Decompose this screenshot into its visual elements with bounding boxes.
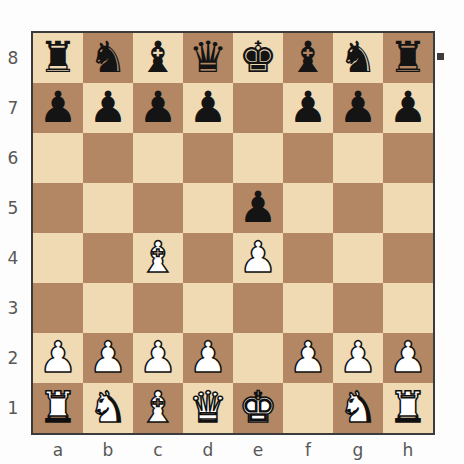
square-f4[interactable] [283, 233, 333, 283]
rank-label-7: 7 [0, 83, 26, 133]
piece-black-pawn[interactable]: ♟ [183, 83, 233, 133]
square-c5[interactable] [133, 183, 183, 233]
square-f8[interactable]: ♝ [283, 33, 333, 83]
square-h4[interactable] [383, 233, 433, 283]
piece-black-bishop[interactable]: ♝ [283, 33, 333, 83]
square-f6[interactable] [283, 133, 333, 183]
square-a4[interactable] [33, 233, 83, 283]
square-g4[interactable] [333, 233, 383, 283]
piece-white-pawn[interactable]: ♟ [83, 333, 133, 383]
piece-white-pawn[interactable]: ♟ [333, 333, 383, 383]
piece-white-pawn[interactable]: ♟ [283, 333, 333, 383]
piece-black-pawn[interactable]: ♟ [33, 83, 83, 133]
piece-black-pawn[interactable]: ♟ [133, 83, 183, 133]
square-g3[interactable] [333, 283, 383, 333]
piece-black-king[interactable]: ♚ [233, 33, 283, 83]
square-c6[interactable] [133, 133, 183, 183]
square-b7[interactable]: ♟ [83, 83, 133, 133]
piece-black-queen[interactable]: ♛ [183, 33, 233, 83]
rank-label-5: 5 [0, 183, 26, 233]
piece-black-pawn[interactable]: ♟ [233, 183, 283, 233]
square-d2[interactable]: ♟ [183, 333, 233, 383]
square-b1[interactable]: ♞ [83, 383, 133, 433]
square-e6[interactable] [233, 133, 283, 183]
file-label-e: e [233, 438, 283, 462]
rank-label-1: 1 [0, 383, 26, 433]
square-e7[interactable] [233, 83, 283, 133]
square-h2[interactable]: ♟ [383, 333, 433, 383]
square-a6[interactable] [33, 133, 83, 183]
square-d3[interactable] [183, 283, 233, 333]
square-d1[interactable]: ♛ [183, 383, 233, 433]
piece-white-rook[interactable]: ♜ [383, 383, 433, 433]
square-f5[interactable] [283, 183, 333, 233]
square-a3[interactable] [33, 283, 83, 333]
square-b3[interactable] [83, 283, 133, 333]
rank-label-3: 3 [0, 283, 26, 333]
square-d4[interactable] [183, 233, 233, 283]
piece-black-rook[interactable]: ♜ [383, 33, 433, 83]
piece-white-bishop[interactable]: ♝ [133, 383, 183, 433]
square-a5[interactable] [33, 183, 83, 233]
piece-white-knight[interactable]: ♞ [83, 383, 133, 433]
square-d8[interactable]: ♛ [183, 33, 233, 83]
square-g8[interactable]: ♞ [333, 33, 383, 83]
square-f1[interactable] [283, 383, 333, 433]
piece-black-pawn[interactable]: ♟ [283, 83, 333, 133]
piece-white-king[interactable]: ♚ [233, 383, 283, 433]
square-c4[interactable]: ♝ [133, 233, 183, 283]
square-h6[interactable] [383, 133, 433, 183]
piece-white-pawn[interactable]: ♟ [233, 233, 283, 283]
piece-white-queen[interactable]: ♛ [183, 383, 233, 433]
file-label-g: g [333, 438, 383, 462]
piece-white-pawn[interactable]: ♟ [383, 333, 433, 383]
square-b2[interactable]: ♟ [83, 333, 133, 383]
square-g7[interactable]: ♟ [333, 83, 383, 133]
square-f2[interactable]: ♟ [283, 333, 333, 383]
square-d6[interactable] [183, 133, 233, 183]
square-f7[interactable]: ♟ [283, 83, 333, 133]
square-d5[interactable] [183, 183, 233, 233]
piece-black-pawn[interactable]: ♟ [83, 83, 133, 133]
square-h3[interactable] [383, 283, 433, 333]
file-label-f: f [283, 438, 333, 462]
piece-black-pawn[interactable]: ♟ [333, 83, 383, 133]
piece-white-pawn[interactable]: ♟ [133, 333, 183, 383]
rank-label-6: 6 [0, 133, 26, 183]
file-label-a: a [33, 438, 83, 462]
rank-label-2: 2 [0, 333, 26, 383]
square-e8[interactable]: ♚ [233, 33, 283, 83]
square-e2[interactable] [233, 333, 283, 383]
square-h1[interactable]: ♜ [383, 383, 433, 433]
piece-white-pawn[interactable]: ♟ [33, 333, 83, 383]
square-c3[interactable] [133, 283, 183, 333]
piece-black-knight[interactable]: ♞ [333, 33, 383, 83]
square-e1[interactable]: ♚ [233, 383, 283, 433]
black-to-move-indicator [437, 53, 444, 60]
square-a2[interactable]: ♟ [33, 333, 83, 383]
piece-white-knight[interactable]: ♞ [333, 383, 383, 433]
piece-black-rook[interactable]: ♜ [33, 33, 83, 83]
piece-white-rook[interactable]: ♜ [33, 383, 83, 433]
square-b5[interactable] [83, 183, 133, 233]
square-c8[interactable]: ♝ [133, 33, 183, 83]
square-e4[interactable]: ♟ [233, 233, 283, 283]
square-d7[interactable]: ♟ [183, 83, 233, 133]
rank-label-4: 4 [0, 233, 26, 283]
square-e3[interactable] [233, 283, 283, 333]
square-a8[interactable]: ♜ [33, 33, 83, 83]
file-label-d: d [183, 438, 233, 462]
file-label-b: b [83, 438, 133, 462]
square-h7[interactable]: ♟ [383, 83, 433, 133]
square-g6[interactable] [333, 133, 383, 183]
square-a7[interactable]: ♟ [33, 83, 83, 133]
piece-black-pawn[interactable]: ♟ [383, 83, 433, 133]
square-c1[interactable]: ♝ [133, 383, 183, 433]
square-h5[interactable] [383, 183, 433, 233]
piece-black-bishop[interactable]: ♝ [133, 33, 183, 83]
square-b6[interactable] [83, 133, 133, 183]
square-g2[interactable]: ♟ [333, 333, 383, 383]
file-label-h: h [383, 438, 433, 462]
piece-white-bishop[interactable]: ♝ [133, 233, 183, 283]
file-label-c: c [133, 438, 183, 462]
chess-diagram-canvas: 87654321 ♜♞♝♛♚♝♞♜♟♟♟♟♟♟♟♟♝♟♟♟♟♟♟♟♟♜♞♝♛♚♞… [0, 0, 464, 464]
square-h8[interactable]: ♜ [383, 33, 433, 83]
rank-label-8: 8 [0, 33, 26, 83]
rank-labels: 87654321 [0, 33, 26, 433]
square-e5[interactable]: ♟ [233, 183, 283, 233]
file-labels: abcdefgh [33, 438, 433, 462]
square-f3[interactable] [283, 283, 333, 333]
square-a1[interactable]: ♜ [33, 383, 83, 433]
square-b4[interactable] [83, 233, 133, 283]
square-c7[interactable]: ♟ [133, 83, 183, 133]
square-c2[interactable]: ♟ [133, 333, 183, 383]
square-b8[interactable]: ♞ [83, 33, 133, 83]
chess-board: ♜♞♝♛♚♝♞♜♟♟♟♟♟♟♟♟♝♟♟♟♟♟♟♟♟♜♞♝♛♚♞♜ [31, 31, 435, 435]
piece-black-knight[interactable]: ♞ [83, 33, 133, 83]
square-g5[interactable] [333, 183, 383, 233]
piece-white-pawn[interactable]: ♟ [183, 333, 233, 383]
square-g1[interactable]: ♞ [333, 383, 383, 433]
